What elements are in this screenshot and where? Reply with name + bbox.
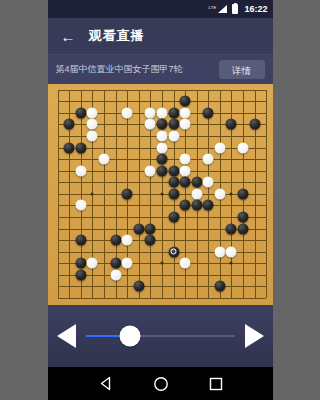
grid-line (58, 217, 267, 218)
black-stone (168, 246, 179, 257)
black-stone (214, 281, 225, 292)
android-home-icon[interactable] (153, 376, 169, 392)
black-stone (238, 223, 249, 234)
white-stone (145, 119, 156, 130)
black-stone (75, 142, 86, 153)
prev-move-button[interactable] (57, 324, 76, 348)
black-stone (168, 177, 179, 188)
last-move-marker (170, 248, 177, 255)
black-stone (226, 119, 237, 130)
black-stone (145, 235, 156, 246)
white-stone (191, 188, 202, 199)
black-stone (64, 142, 75, 153)
black-stone (191, 200, 202, 211)
signal-icon (218, 5, 227, 13)
white-stone (238, 142, 249, 153)
black-stone (64, 119, 75, 130)
black-stone (156, 154, 167, 165)
black-stone (238, 188, 249, 199)
black-stone (203, 107, 214, 118)
android-nav-bar (48, 367, 273, 400)
white-stone (87, 119, 98, 130)
black-stone (180, 200, 191, 211)
black-stone (168, 211, 179, 222)
details-button[interactable]: 详情 (219, 60, 265, 79)
black-stone (75, 107, 86, 118)
black-stone (168, 188, 179, 199)
grid-line (266, 90, 267, 298)
white-stone (122, 258, 133, 269)
network-type-label: LTE (209, 5, 217, 10)
white-stone (214, 188, 225, 199)
next-move-button[interactable] (245, 324, 264, 348)
black-stone (168, 107, 179, 118)
star-point (230, 192, 233, 195)
white-stone (214, 142, 225, 153)
white-stone (75, 200, 86, 211)
white-stone (180, 165, 191, 176)
star-point (91, 192, 94, 195)
white-stone (180, 107, 191, 118)
white-stone (156, 131, 167, 142)
black-stone (156, 165, 167, 176)
white-stone (122, 235, 133, 246)
black-stone (133, 281, 144, 292)
white-stone (87, 258, 98, 269)
app-bar: ← 观看直播 (48, 18, 273, 54)
black-stone (133, 223, 144, 234)
grid-line (58, 240, 267, 241)
white-stone (75, 165, 86, 176)
white-stone (180, 154, 191, 165)
black-stone (110, 235, 121, 246)
white-stone (110, 269, 121, 280)
white-stone (87, 107, 98, 118)
page-title: 观看直播 (89, 27, 145, 45)
black-stone (238, 211, 249, 222)
black-stone (75, 235, 86, 246)
status-bar: LTE 16:22 (48, 0, 273, 18)
white-stone (87, 131, 98, 142)
black-stone (122, 188, 133, 199)
black-stone (75, 258, 86, 269)
white-stone (203, 154, 214, 165)
white-stone (156, 142, 167, 153)
black-stone (203, 200, 214, 211)
white-stone (156, 107, 167, 118)
star-point (230, 262, 233, 265)
black-stone (168, 165, 179, 176)
white-stone (226, 246, 237, 257)
white-stone (214, 246, 225, 257)
grid-line (58, 298, 267, 299)
white-stone (98, 154, 109, 165)
white-stone (168, 131, 179, 142)
star-point (160, 262, 163, 265)
android-recents-icon[interactable] (209, 377, 223, 391)
event-bar: 第4届中信置业中国女子围甲7轮 详情 (48, 54, 273, 84)
clock-label: 16:22 (244, 4, 267, 14)
black-stone (156, 119, 167, 130)
go-board (48, 84, 273, 305)
go-grid (58, 90, 267, 298)
black-stone (180, 96, 191, 107)
event-title: 第4届中信置业中国女子围甲7轮 (56, 63, 219, 76)
move-slider[interactable] (86, 325, 235, 347)
white-stone (180, 119, 191, 130)
white-stone (145, 107, 156, 118)
black-stone (110, 258, 121, 269)
slider-thumb[interactable] (120, 326, 141, 347)
black-stone (249, 119, 260, 130)
black-stone (145, 223, 156, 234)
white-stone (180, 258, 191, 269)
playback-control-bar (48, 305, 273, 367)
battery-icon (232, 4, 238, 14)
grid-line (58, 205, 267, 206)
white-stone (122, 107, 133, 118)
app-window: LTE 16:22 ← 观看直播 第4届中信置业中国女子围甲7轮 详情 (48, 0, 273, 400)
black-stone (75, 269, 86, 280)
white-stone (145, 165, 156, 176)
back-button[interactable]: ← (61, 29, 76, 44)
star-point (160, 192, 163, 195)
black-stone (191, 177, 202, 188)
android-back-icon[interactable] (98, 376, 113, 391)
grid-line (58, 275, 267, 276)
white-stone (203, 177, 214, 188)
black-stone (180, 177, 191, 188)
grid-line (208, 90, 209, 298)
grid-line (58, 286, 267, 287)
black-stone (226, 223, 237, 234)
black-stone (168, 119, 179, 130)
